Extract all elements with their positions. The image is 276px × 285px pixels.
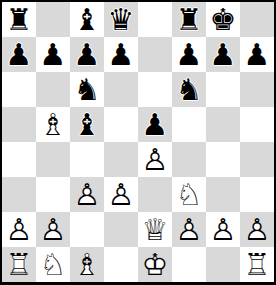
square-b3[interactable] — [36, 177, 70, 212]
square-f8[interactable]: ♜ — [172, 2, 206, 37]
white-rook-piece-glyph: ♖ — [240, 247, 274, 282]
white-queen-piece[interactable]: ♛♕ — [138, 212, 172, 247]
white-rook-piece-glyph: ♖ — [2, 247, 36, 282]
square-d3[interactable]: ♟♙ — [104, 177, 138, 212]
white-pawn-piece-glyph: ♙ — [36, 212, 70, 247]
square-g3[interactable] — [206, 177, 240, 212]
black-pawn-piece-glyph: ♟ — [36, 37, 70, 72]
black-bishop-piece[interactable]: ♝ — [70, 2, 104, 37]
white-pawn-piece-glyph: ♙ — [104, 177, 138, 212]
black-rook-piece[interactable]: ♜ — [172, 2, 206, 37]
square-c8[interactable]: ♝ — [70, 2, 104, 37]
black-rook-piece-glyph: ♜ — [172, 2, 206, 37]
square-d4[interactable] — [104, 142, 138, 177]
square-g2[interactable]: ♟♙ — [206, 212, 240, 247]
square-e4[interactable]: ♟♙ — [138, 142, 172, 177]
square-c3[interactable]: ♟♙ — [70, 177, 104, 212]
square-b8[interactable] — [36, 2, 70, 37]
black-bishop-piece-glyph: ♝ — [70, 107, 104, 142]
square-e3[interactable] — [138, 177, 172, 212]
square-h7[interactable]: ♟ — [240, 37, 274, 72]
square-f5[interactable] — [172, 107, 206, 142]
black-pawn-piece[interactable]: ♟ — [206, 37, 240, 72]
square-b5[interactable]: ♝♗ — [36, 107, 70, 142]
square-g5[interactable] — [206, 107, 240, 142]
white-pawn-piece-glyph: ♙ — [138, 142, 172, 177]
square-a1[interactable]: ♜♖ — [2, 247, 36, 282]
white-pawn-piece[interactable]: ♟♙ — [104, 177, 138, 212]
white-pawn-piece[interactable]: ♟♙ — [138, 142, 172, 177]
black-pawn-piece-glyph: ♟ — [2, 37, 36, 72]
black-bishop-piece[interactable]: ♝ — [70, 107, 104, 142]
square-a8[interactable]: ♜ — [2, 2, 36, 37]
black-bishop-piece-glyph: ♝ — [70, 2, 104, 37]
square-h3[interactable] — [240, 177, 274, 212]
square-e2[interactable]: ♛♕ — [138, 212, 172, 247]
square-a5[interactable] — [2, 107, 36, 142]
square-g8[interactable]: ♚ — [206, 2, 240, 37]
black-pawn-piece-glyph: ♟ — [70, 37, 104, 72]
square-e1[interactable]: ♚♔ — [138, 247, 172, 282]
square-c7[interactable]: ♟ — [70, 37, 104, 72]
black-pawn-piece[interactable]: ♟ — [172, 37, 206, 72]
square-d8[interactable]: ♛ — [104, 2, 138, 37]
square-g7[interactable]: ♟ — [206, 37, 240, 72]
white-bishop-piece-glyph: ♗ — [36, 107, 70, 142]
square-a4[interactable] — [2, 142, 36, 177]
white-pawn-piece[interactable]: ♟♙ — [240, 212, 274, 247]
white-knight-piece-glyph: ♘ — [36, 247, 70, 282]
white-pawn-piece[interactable]: ♟♙ — [172, 212, 206, 247]
square-b2[interactable]: ♟♙ — [36, 212, 70, 247]
square-b7[interactable]: ♟ — [36, 37, 70, 72]
white-rook-piece[interactable]: ♜♖ — [2, 247, 36, 282]
square-a6[interactable] — [2, 72, 36, 107]
black-rook-piece[interactable]: ♜ — [2, 2, 36, 37]
black-knight-piece[interactable]: ♞ — [172, 72, 206, 107]
white-pawn-piece-glyph: ♙ — [2, 212, 36, 247]
square-f1[interactable] — [172, 247, 206, 282]
white-pawn-piece-glyph: ♙ — [172, 212, 206, 247]
square-c1[interactable]: ♝♗ — [70, 247, 104, 282]
square-g1[interactable] — [206, 247, 240, 282]
square-h1[interactable]: ♜♖ — [240, 247, 274, 282]
square-d6[interactable] — [104, 72, 138, 107]
white-pawn-piece[interactable]: ♟♙ — [36, 212, 70, 247]
white-knight-piece-glyph: ♘ — [172, 177, 206, 212]
black-knight-piece-glyph: ♞ — [172, 72, 206, 107]
square-d5[interactable] — [104, 107, 138, 142]
white-rook-piece[interactable]: ♜♖ — [240, 247, 274, 282]
black-queen-piece[interactable]: ♛ — [104, 2, 138, 37]
white-bishop-piece-glyph: ♗ — [70, 247, 104, 282]
black-queen-piece-glyph: ♛ — [104, 2, 138, 37]
square-h6[interactable] — [240, 72, 274, 107]
square-c6[interactable]: ♞ — [70, 72, 104, 107]
square-a7[interactable]: ♟ — [2, 37, 36, 72]
white-knight-piece[interactable]: ♞♘ — [172, 177, 206, 212]
white-king-piece-glyph: ♔ — [138, 247, 172, 282]
white-pawn-piece[interactable]: ♟♙ — [70, 177, 104, 212]
black-pawn-piece-glyph: ♟ — [206, 37, 240, 72]
black-pawn-piece[interactable]: ♟ — [138, 107, 172, 142]
square-h2[interactable]: ♟♙ — [240, 212, 274, 247]
white-pawn-piece-glyph: ♙ — [206, 212, 240, 247]
black-pawn-piece-glyph: ♟ — [138, 107, 172, 142]
white-bishop-piece[interactable]: ♝♗ — [36, 107, 70, 142]
chess-board: ♜♝♛♜♚♟♟♟♟♟♟♟♞♞♝♗♝♟♟♙♟♙♟♙♞♘♟♙♟♙♛♕♟♙♟♙♟♙♜♖… — [0, 0, 276, 285]
square-d7[interactable]: ♟ — [104, 37, 138, 72]
black-pawn-piece[interactable]: ♟ — [36, 37, 70, 72]
square-e7[interactable] — [138, 37, 172, 72]
black-pawn-piece[interactable]: ♟ — [240, 37, 274, 72]
square-b4[interactable] — [36, 142, 70, 177]
black-king-piece[interactable]: ♚ — [206, 2, 240, 37]
square-h4[interactable] — [240, 142, 274, 177]
black-pawn-piece[interactable]: ♟ — [70, 37, 104, 72]
white-queen-piece-glyph: ♕ — [138, 212, 172, 247]
square-f4[interactable] — [172, 142, 206, 177]
square-a3[interactable] — [2, 177, 36, 212]
white-pawn-piece[interactable]: ♟♙ — [2, 212, 36, 247]
black-king-piece-glyph: ♚ — [206, 2, 240, 37]
square-e5[interactable]: ♟ — [138, 107, 172, 142]
black-pawn-piece[interactable]: ♟ — [104, 37, 138, 72]
white-knight-piece[interactable]: ♞♘ — [36, 247, 70, 282]
square-d1[interactable] — [104, 247, 138, 282]
black-pawn-piece-glyph: ♟ — [240, 37, 274, 72]
square-e6[interactable] — [138, 72, 172, 107]
black-pawn-piece[interactable]: ♟ — [2, 37, 36, 72]
white-bishop-piece[interactable]: ♝♗ — [70, 247, 104, 282]
black-pawn-piece-glyph: ♟ — [104, 37, 138, 72]
square-b1[interactable]: ♞♘ — [36, 247, 70, 282]
square-h8[interactable] — [240, 2, 274, 37]
square-f3[interactable]: ♞♘ — [172, 177, 206, 212]
black-knight-piece[interactable]: ♞ — [70, 72, 104, 107]
square-c5[interactable]: ♝ — [70, 107, 104, 142]
square-e8[interactable] — [138, 2, 172, 37]
square-c2[interactable] — [70, 212, 104, 247]
black-knight-piece-glyph: ♞ — [70, 72, 104, 107]
square-d2[interactable] — [104, 212, 138, 247]
black-pawn-piece-glyph: ♟ — [172, 37, 206, 72]
square-g4[interactable] — [206, 142, 240, 177]
black-rook-piece-glyph: ♜ — [2, 2, 36, 37]
white-pawn-piece-glyph: ♙ — [70, 177, 104, 212]
square-f7[interactable]: ♟ — [172, 37, 206, 72]
square-g6[interactable] — [206, 72, 240, 107]
square-c4[interactable] — [70, 142, 104, 177]
square-f6[interactable]: ♞ — [172, 72, 206, 107]
square-f2[interactable]: ♟♙ — [172, 212, 206, 247]
white-king-piece[interactable]: ♚♔ — [138, 247, 172, 282]
square-b6[interactable] — [36, 72, 70, 107]
square-h5[interactable] — [240, 107, 274, 142]
white-pawn-piece[interactable]: ♟♙ — [206, 212, 240, 247]
white-pawn-piece-glyph: ♙ — [240, 212, 274, 247]
square-a2[interactable]: ♟♙ — [2, 212, 36, 247]
